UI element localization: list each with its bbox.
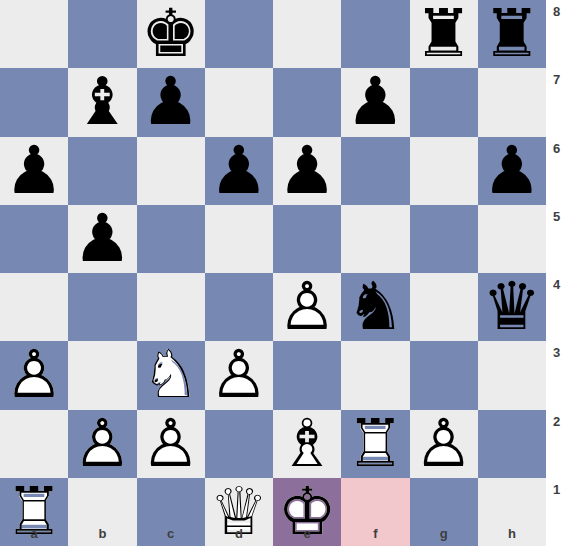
square-c8[interactable]: ♚: [137, 0, 205, 68]
square-c1[interactable]: c: [137, 478, 205, 546]
square-f5[interactable]: [341, 205, 409, 273]
square-b5[interactable]: ♟: [68, 205, 136, 273]
square-a8[interactable]: [0, 0, 68, 68]
rank-label-1: 1: [546, 478, 567, 546]
piece-outline-glyph: ♙: [68, 410, 136, 478]
square-f1[interactable]: f: [341, 478, 409, 546]
piece-outline-glyph: ♙: [0, 341, 68, 409]
square-g6[interactable]: [410, 137, 478, 205]
file-label-g: g: [410, 526, 478, 541]
piece-outline-glyph: ♘: [137, 341, 205, 409]
square-c7[interactable]: ♟: [137, 68, 205, 136]
white-knight[interactable]: ♞♘: [137, 341, 205, 409]
black-pawn[interactable]: ♟: [68, 205, 136, 273]
white-pawn[interactable]: ♟♙: [137, 410, 205, 478]
white-pawn[interactable]: ♟♙: [0, 341, 68, 409]
white-pawn[interactable]: ♟♙: [273, 273, 341, 341]
square-f7[interactable]: ♟: [341, 68, 409, 136]
square-f4[interactable]: ♞: [341, 273, 409, 341]
square-c3[interactable]: ♞♘: [137, 341, 205, 409]
square-g8[interactable]: ♜: [410, 0, 478, 68]
file-label-d: d: [205, 526, 273, 541]
rank-label-8: 8: [546, 0, 567, 68]
white-bishop[interactable]: ♝♗: [273, 410, 341, 478]
black-pawn[interactable]: ♟: [273, 137, 341, 205]
square-e2[interactable]: ♝♗: [273, 410, 341, 478]
square-b4[interactable]: [68, 273, 136, 341]
square-g2[interactable]: ♟♙: [410, 410, 478, 478]
square-h3[interactable]: [478, 341, 546, 409]
square-a7[interactable]: [0, 68, 68, 136]
rank-label-7: 7: [546, 68, 567, 136]
black-rook[interactable]: ♜: [478, 0, 546, 68]
square-a5[interactable]: [0, 205, 68, 273]
square-a6[interactable]: ♟: [0, 137, 68, 205]
piece-outline-glyph: ♙: [273, 273, 341, 341]
white-pawn[interactable]: ♟♙: [68, 410, 136, 478]
square-c5[interactable]: [137, 205, 205, 273]
black-pawn[interactable]: ♟: [205, 137, 273, 205]
black-king[interactable]: ♚: [137, 0, 205, 68]
file-label-a: a: [0, 526, 68, 541]
white-pawn[interactable]: ♟♙: [410, 410, 478, 478]
black-knight[interactable]: ♞: [341, 273, 409, 341]
square-e1[interactable]: ♚♔e: [273, 478, 341, 546]
square-a3[interactable]: ♟♙: [0, 341, 68, 409]
square-d1[interactable]: ♛♕d: [205, 478, 273, 546]
square-d3[interactable]: ♟♙: [205, 341, 273, 409]
square-h5[interactable]: [478, 205, 546, 273]
square-e7[interactable]: [273, 68, 341, 136]
white-rook[interactable]: ♜♖: [341, 410, 409, 478]
square-e5[interactable]: [273, 205, 341, 273]
square-h1[interactable]: h: [478, 478, 546, 546]
square-d4[interactable]: [205, 273, 273, 341]
square-d5[interactable]: [205, 205, 273, 273]
square-c2[interactable]: ♟♙: [137, 410, 205, 478]
rank-label-2: 2: [546, 410, 567, 478]
square-g3[interactable]: [410, 341, 478, 409]
square-b1[interactable]: b: [68, 478, 136, 546]
square-d6[interactable]: ♟: [205, 137, 273, 205]
square-g1[interactable]: g: [410, 478, 478, 546]
square-c4[interactable]: [137, 273, 205, 341]
square-g7[interactable]: [410, 68, 478, 136]
square-a4[interactable]: [0, 273, 68, 341]
square-f8[interactable]: [341, 0, 409, 68]
piece-outline-glyph: ♙: [137, 410, 205, 478]
square-f6[interactable]: [341, 137, 409, 205]
square-d8[interactable]: [205, 0, 273, 68]
square-d7[interactable]: [205, 68, 273, 136]
file-label-f: f: [341, 526, 409, 541]
square-h4[interactable]: ♛: [478, 273, 546, 341]
square-d2[interactable]: [205, 410, 273, 478]
black-pawn[interactable]: ♟: [478, 137, 546, 205]
piece-outline-glyph: ♙: [410, 410, 478, 478]
file-label-c: c: [137, 526, 205, 541]
piece-outline-glyph: ♙: [205, 341, 273, 409]
file-label-e: e: [273, 526, 341, 541]
black-bishop[interactable]: ♝: [68, 68, 136, 136]
rank-label-3: 3: [546, 341, 567, 409]
square-b2[interactable]: ♟♙: [68, 410, 136, 478]
square-e3[interactable]: [273, 341, 341, 409]
rank-label-5: 5: [546, 205, 567, 273]
square-h7[interactable]: [478, 68, 546, 136]
black-pawn[interactable]: ♟: [137, 68, 205, 136]
square-h6[interactable]: ♟: [478, 137, 546, 205]
square-f3[interactable]: [341, 341, 409, 409]
square-a2[interactable]: [0, 410, 68, 478]
square-b3[interactable]: [68, 341, 136, 409]
black-queen[interactable]: ♛: [478, 273, 546, 341]
rank-label-6: 6: [546, 137, 567, 205]
square-b8[interactable]: [68, 0, 136, 68]
square-a1[interactable]: ♜♖a: [0, 478, 68, 546]
square-g5[interactable]: [410, 205, 478, 273]
piece-outline-glyph: ♖: [341, 410, 409, 478]
square-b7[interactable]: ♝: [68, 68, 136, 136]
chess-diagram: ♚♜♜♝♟♟♟♟♟♟♟♟♙♞♛♟♙♞♘♟♙♟♙♟♙♝♗♜♖♟♙♜♖abc♛♕d♚…: [0, 0, 567, 549]
white-pawn[interactable]: ♟♙: [205, 341, 273, 409]
square-f2[interactable]: ♜♖: [341, 410, 409, 478]
rank-label-4: 4: [546, 273, 567, 341]
black-rook[interactable]: ♜: [410, 0, 478, 68]
piece-outline-glyph: ♗: [273, 410, 341, 478]
square-g4[interactable]: [410, 273, 478, 341]
square-c6[interactable]: [137, 137, 205, 205]
square-h8[interactable]: ♜: [478, 0, 546, 68]
black-pawn[interactable]: ♟: [341, 68, 409, 136]
file-label-b: b: [68, 526, 136, 541]
rank-labels: 87654321: [546, 0, 567, 546]
square-e4[interactable]: ♟♙: [273, 273, 341, 341]
black-pawn[interactable]: ♟: [0, 137, 68, 205]
file-label-h: h: [478, 526, 546, 541]
square-e8[interactable]: [273, 0, 341, 68]
square-h2[interactable]: [478, 410, 546, 478]
chess-board[interactable]: ♚♜♜♝♟♟♟♟♟♟♟♟♙♞♛♟♙♞♘♟♙♟♙♟♙♝♗♜♖♟♙♜♖abc♛♕d♚…: [0, 0, 546, 546]
square-b6[interactable]: [68, 137, 136, 205]
square-e6[interactable]: ♟: [273, 137, 341, 205]
